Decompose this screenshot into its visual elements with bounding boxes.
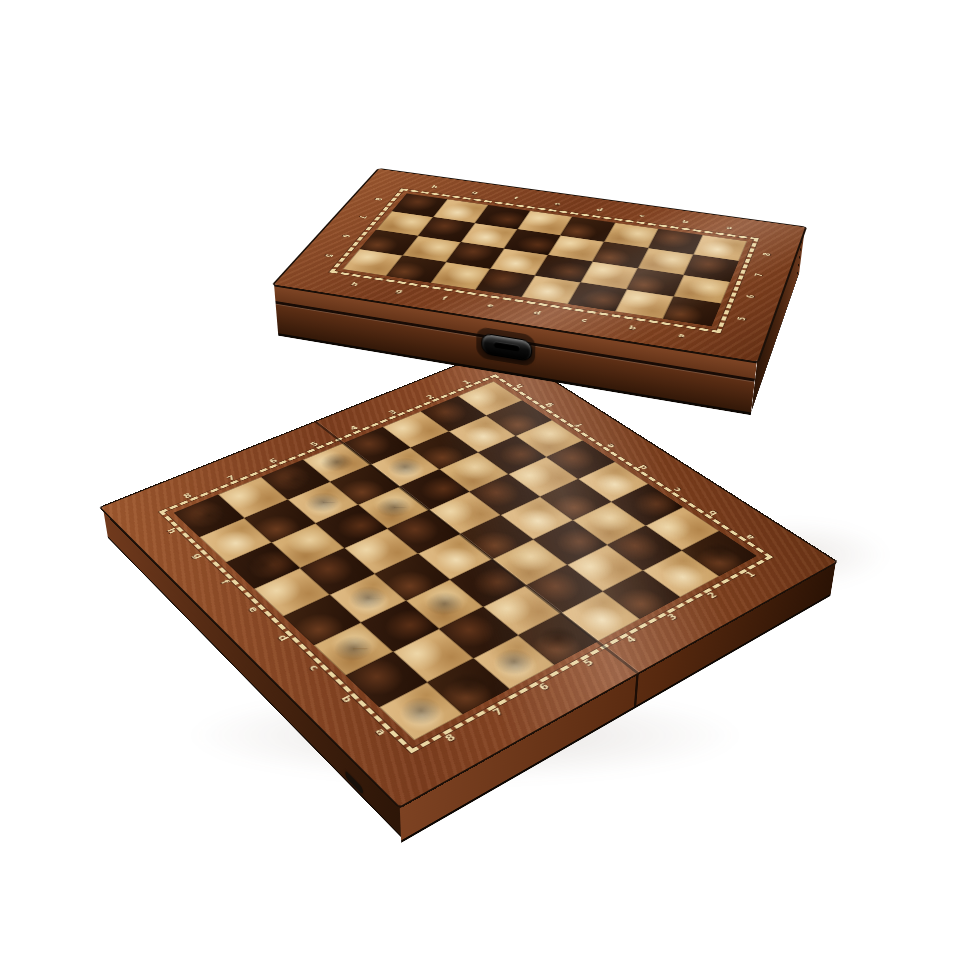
box-file-label-front-e: e [481, 301, 500, 310]
box-square-h5 [342, 249, 402, 276]
white-rook-glyph: ♜ [397, 662, 444, 715]
box-front-side [274, 285, 757, 416]
closed-box-layer: hgfedcbahgfedcba87658765 [0, 0, 960, 960]
clasp-recess [476, 326, 535, 367]
box-rank-label-left-8: 8 [370, 196, 387, 203]
box-file-label-front-f: f [435, 294, 454, 303]
white-pawn-glyph: ♟ [349, 561, 386, 602]
square-h2[interactable] [421, 396, 486, 431]
box-file-label-front-g: g [390, 287, 409, 296]
box-square-g5 [386, 256, 446, 283]
box-square-d7 [548, 235, 604, 261]
square-b2[interactable] [607, 526, 682, 571]
black-knight-glyph: ♞ [240, 519, 285, 569]
white-knight-glyph: ♞ [443, 635, 493, 690]
square-h1[interactable] [458, 381, 523, 415]
file-label-right-g: g [540, 400, 558, 409]
box-square-b6 [627, 268, 684, 296]
rank-label-bottom-4: 4 [621, 633, 643, 647]
gloss-sheen [274, 169, 805, 362]
box-lid-seam [275, 301, 755, 382]
box-square-c6 [581, 262, 638, 290]
white-rook-glyph: ♜ [698, 510, 740, 557]
box-square-b5 [615, 289, 674, 319]
square-f2[interactable] [478, 436, 546, 474]
box-square-d8 [560, 217, 615, 242]
square-a3[interactable] [603, 571, 681, 620]
box-rank-label-left-6: 6 [337, 232, 355, 240]
box-rank-label-right-7: 7 [751, 271, 768, 279]
square-g2[interactable] [449, 416, 516, 453]
box-square-h6 [360, 230, 419, 256]
file-label-right-h: h [511, 381, 528, 390]
box-file-label-front-a: a [672, 331, 690, 341]
pieces-layer: ♜♚♛♞♜♟♝♟♜♝♚♞♟♟♛ [0, 0, 960, 960]
rank-label-bottom-2: 2 [702, 589, 723, 602]
box-file-label-back-h: h [427, 183, 443, 190]
box-square-a8 [693, 235, 747, 261]
square-c3[interactable] [533, 520, 607, 565]
rank-label-bottom-3: 3 [662, 610, 683, 624]
square-g1[interactable] [486, 400, 552, 436]
open-board-layer: 8765432187654321hgfedcbahgfedcba [0, 0, 960, 960]
box-square-e5 [476, 269, 535, 297]
rank-label-top-2: 2 [422, 393, 439, 402]
file-label-right-e: e [602, 441, 620, 451]
box-square-e7 [504, 229, 560, 255]
box-file-label-back-c: c [634, 212, 650, 219]
box-file-label-front-b: b [624, 323, 642, 332]
closed-chess-box: hgfedcbahgfedcba87658765 [274, 169, 805, 362]
box-rank-label-right-5: 5 [733, 314, 751, 323]
box-file-label-front-h: h [345, 280, 364, 289]
white-pawn-glyph: ♟ [334, 610, 372, 653]
file-label-left-e: e [243, 603, 264, 616]
box-file-label-back-d: d [592, 206, 608, 213]
rank-label-bottom-5: 5 [578, 656, 600, 671]
box-file-label-front-d: d [528, 308, 546, 317]
box-square-g8 [433, 199, 488, 223]
box-file-label-back-g: g [467, 189, 483, 196]
box-square-a5 [663, 296, 721, 326]
file-label-left-d: d [272, 631, 293, 645]
box-file-label-back-f: f [508, 195, 524, 202]
box-file-label-back-e: e [549, 200, 565, 207]
box-rank-label-left-5: 5 [320, 252, 338, 260]
box-square-f6 [446, 242, 504, 269]
box-square-e6 [490, 249, 548, 276]
box-square-h8 [392, 193, 448, 217]
file-label-left-g: g [188, 550, 208, 562]
square-e1[interactable] [546, 440, 615, 478]
square-c2[interactable] [573, 502, 646, 545]
wood-grain-overlay [274, 169, 805, 362]
box-right-side [751, 227, 805, 412]
file-label-right-c: c [668, 484, 687, 495]
box-square-c7 [593, 242, 649, 269]
clasp [481, 333, 532, 363]
board-floor-shadow [185, 688, 745, 783]
box-square-a6 [674, 275, 731, 304]
box-square-d5 [521, 276, 580, 305]
square-e4[interactable] [429, 492, 501, 534]
box-rank-label-left-7: 7 [354, 213, 371, 220]
box-square-f5 [431, 262, 491, 290]
black-pawn-glyph: ♟ [306, 468, 340, 506]
square-e3[interactable] [469, 474, 540, 515]
box-square-h7 [376, 211, 433, 236]
square-f1[interactable] [516, 420, 583, 457]
box-file-label-back-b: b [678, 218, 694, 225]
product-photo-chess-set: 8765432187654321hgfedcbahgfedcba hgfedcb… [0, 0, 960, 960]
square-c1[interactable] [611, 484, 683, 526]
square-d2[interactable] [540, 479, 611, 520]
square-d1[interactable] [578, 462, 648, 502]
box-square-c8 [604, 223, 658, 248]
square-d4[interactable] [460, 515, 533, 559]
clasp-slot [493, 341, 519, 352]
box-square-c5 [568, 282, 627, 311]
box-rank-label-right-6: 6 [742, 292, 759, 301]
box-file-label-back-a: a [721, 224, 737, 232]
file-label-right-f: f [570, 420, 588, 430]
file-label-right-d: d [634, 462, 653, 473]
box-file-label-front-c: c [575, 316, 593, 325]
box-square-b8 [648, 229, 702, 255]
black-queen-glyph: ♛ [380, 414, 431, 471]
box-coordinate-labels: hgfedcbahgfedcba87658765 [379, 169, 805, 227]
box-square-f7 [461, 223, 518, 248]
box-rank-label-right-8: 8 [759, 250, 775, 258]
rope-inlay-border [329, 188, 759, 333]
box-square-g7 [418, 217, 475, 242]
file-label-left-h: h [162, 525, 181, 537]
box-square-d6 [535, 255, 593, 282]
box-square-b7 [638, 248, 694, 275]
box-lid-seam [796, 234, 802, 281]
box-square-e8 [517, 211, 572, 236]
square-d3[interactable] [501, 497, 573, 540]
box-square-a7 [684, 254, 739, 281]
file-label-left-c: c [303, 661, 325, 676]
box-half-board-grid [342, 193, 747, 326]
square-f3[interactable] [439, 452, 508, 491]
box-square-g6 [402, 236, 460, 262]
black-pawn-glyph: ♟ [376, 473, 410, 511]
black-rook-glyph: ♜ [189, 474, 230, 519]
box-square-f8 [475, 205, 530, 229]
white-bishop-glyph: ♝ [419, 552, 469, 608]
file-label-left-f: f [215, 576, 235, 589]
rank-label-top-1: 1 [458, 378, 475, 387]
square-e2[interactable] [508, 457, 578, 497]
